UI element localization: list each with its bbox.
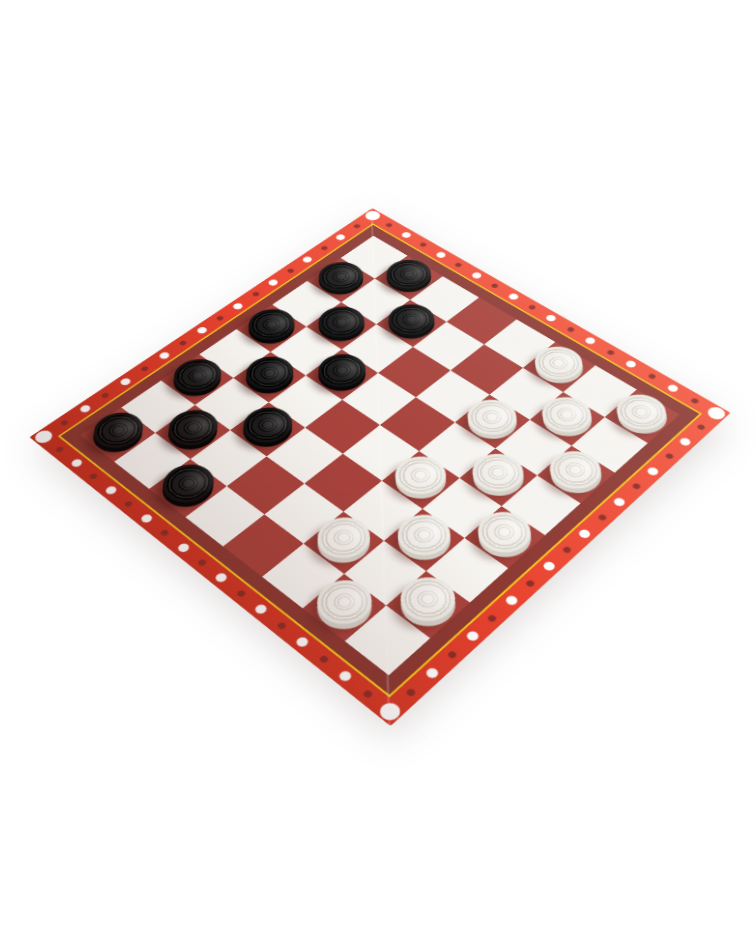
border-dot-white: [337, 669, 353, 683]
border-dot-white: [176, 542, 191, 554]
border-dot-white: [301, 255, 314, 263]
border-dot-dark: [101, 392, 111, 399]
border-dot-white: [678, 437, 692, 447]
border-dot-white: [612, 496, 627, 507]
border-dot-white: [646, 466, 661, 477]
checker-piece-white[interactable]: [307, 514, 381, 572]
border-dot-white: [334, 233, 346, 241]
border-dot-dark: [454, 262, 463, 268]
border-dot-dark: [562, 546, 573, 554]
border-corner-dot: [704, 405, 728, 422]
border-dot-dark: [362, 689, 374, 699]
border-dot-dark: [140, 365, 149, 372]
border-dot-white: [470, 271, 483, 279]
border-dot-white: [118, 377, 132, 387]
border-dot-dark: [487, 614, 498, 623]
border-dot-white: [577, 528, 592, 540]
border-dot-white: [424, 666, 440, 680]
border-dot-dark: [276, 621, 287, 630]
border-dot-white: [545, 314, 558, 323]
border-dot-white: [541, 560, 556, 572]
border-dot-white: [78, 404, 92, 414]
border-dot-white: [507, 292, 520, 301]
border-dot-dark: [525, 579, 536, 588]
checker-piece-black[interactable]: [379, 302, 444, 346]
checker-piece-white[interactable]: [385, 453, 457, 506]
border-dot-dark: [320, 245, 329, 251]
border-dot-dark: [159, 529, 170, 537]
checkers-board: [29, 208, 730, 726]
border-dot-dark: [123, 500, 133, 508]
pieces-layer: [80, 236, 679, 676]
border-dot-dark: [405, 687, 417, 697]
checker-piece-black[interactable]: [233, 404, 302, 454]
board-wrapper: [123, 168, 636, 681]
border-dot-white: [253, 603, 269, 616]
border-dot-white: [465, 630, 481, 643]
border-dot-dark: [419, 242, 428, 248]
border-dot-dark: [236, 589, 247, 598]
border-dot-white: [69, 458, 83, 469]
border-dot-white: [104, 485, 119, 496]
border-dot-dark: [197, 558, 208, 566]
border-dot-dark: [566, 326, 575, 332]
border-dot-dark: [89, 473, 99, 481]
border-dot-white: [666, 383, 680, 393]
checker-piece-black[interactable]: [309, 351, 376, 398]
border-dot-white: [157, 351, 170, 360]
border-dot-dark: [178, 340, 187, 346]
border-dot-dark: [696, 424, 706, 431]
border-corner-dot: [32, 428, 56, 445]
photo-stage: [0, 0, 756, 945]
checker-piece-white[interactable]: [462, 451, 534, 504]
border-dot-dark: [286, 268, 295, 274]
border-dot-white: [195, 326, 208, 335]
border-dot-dark: [528, 304, 537, 310]
checker-piece-black[interactable]: [236, 354, 303, 401]
border-corner-dot: [362, 209, 383, 222]
border-dot-dark: [597, 514, 608, 522]
border-dot-dark: [215, 315, 224, 321]
border-corner-dot: [376, 700, 404, 724]
checker-piece-black[interactable]: [158, 407, 227, 457]
border-dot-dark: [352, 224, 361, 229]
border-dot-dark: [55, 446, 65, 453]
border-dot-white: [267, 278, 280, 286]
border-dot-dark: [490, 283, 499, 289]
checker-piece-white[interactable]: [533, 394, 602, 444]
checker-piece-white[interactable]: [387, 511, 461, 568]
border-dot-white: [504, 594, 520, 607]
border-dot-white: [214, 572, 229, 584]
border-dot-white: [232, 302, 245, 311]
checker-piece-black[interactable]: [309, 304, 374, 348]
border-dot-white: [624, 359, 638, 368]
border-dot-dark: [606, 349, 615, 356]
border-dot-white: [400, 231, 412, 239]
border-dot-white: [434, 251, 447, 259]
checker-piece-white[interactable]: [458, 397, 527, 447]
border-dot-dark: [647, 373, 657, 380]
border-dot-dark: [631, 483, 641, 491]
border-dot-dark: [60, 419, 70, 426]
border-dot-dark: [690, 397, 700, 404]
border-dot-dark: [447, 650, 458, 659]
border-dot-white: [294, 636, 310, 649]
border-dot-white: [139, 513, 154, 524]
border-dot-dark: [251, 291, 260, 297]
border-dot-white: [584, 336, 597, 345]
border-dot-dark: [385, 223, 394, 228]
border-dot-dark: [664, 453, 674, 460]
border-dot-dark: [318, 654, 329, 663]
